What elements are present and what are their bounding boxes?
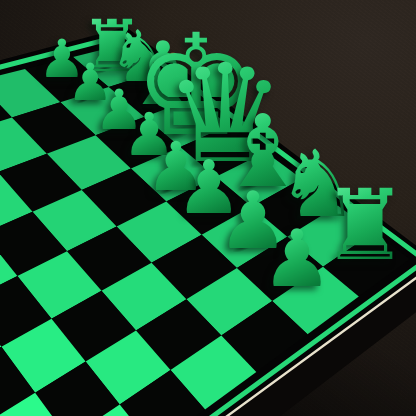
photo-stage: ♜♟♞♟♝♟♚♟♛♝♟♟♞♟♜♟ — [0, 0, 416, 416]
piece-rook-a1[interactable]: ♜ — [321, 177, 409, 275]
piece-pawn-a2[interactable]: ♟ — [262, 219, 333, 298]
